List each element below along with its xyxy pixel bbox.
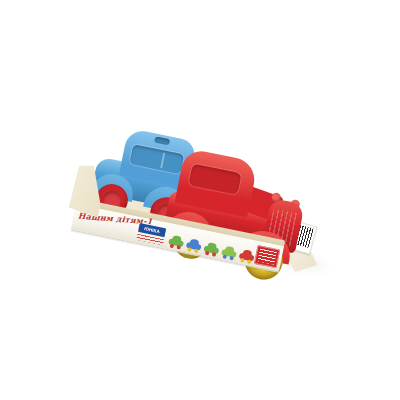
scene: Нашим дітям-1 ЮНІКА <box>0 0 400 400</box>
printed-car-graphic <box>220 245 237 261</box>
printed-car-graphic <box>203 242 220 258</box>
printed-car-graphic <box>168 234 185 250</box>
brand-badge-label: ЮНІКА <box>144 226 160 234</box>
printed-car-graphic <box>238 249 255 265</box>
printed-car-graphic <box>185 238 202 254</box>
toy-car-package: Нашим дітям-1 ЮНІКА <box>55 114 347 301</box>
info-block <box>254 245 280 268</box>
product-photo: { "scene": { "type": "product-photo", "d… <box>0 0 400 400</box>
